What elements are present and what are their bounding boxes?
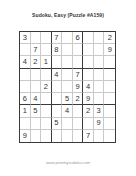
sudoku-cell-r6c7[interactable]: 9 bbox=[83, 93, 94, 105]
sudoku-cell-r1c5[interactable] bbox=[62, 32, 73, 44]
sudoku-cell-r6c3[interactable] bbox=[41, 93, 52, 105]
sudoku-cell-r4c4[interactable]: 4 bbox=[52, 69, 63, 81]
sudoku-cell-r4c2[interactable] bbox=[31, 69, 42, 81]
sudoku-cell-r6c8[interactable] bbox=[94, 93, 105, 105]
sudoku-cell-r8c5[interactable] bbox=[62, 118, 73, 130]
sudoku-cell-r7c1[interactable]: 1 bbox=[20, 105, 31, 117]
sudoku-cell-r7c2[interactable]: 5 bbox=[31, 105, 42, 117]
sudoku-cell-r3c9[interactable] bbox=[104, 56, 115, 68]
sudoku-cell-r2c5[interactable] bbox=[62, 44, 73, 56]
sudoku-cell-r1c1[interactable]: 3 bbox=[20, 32, 31, 44]
sudoku-cell-r7c6[interactable] bbox=[73, 105, 84, 117]
sudoku-cell-r6c1[interactable]: 6 bbox=[20, 93, 31, 105]
sudoku-cell-r4c7[interactable] bbox=[83, 69, 94, 81]
sudoku-cell-r9c6[interactable] bbox=[73, 130, 84, 142]
sudoku-cell-r5c6[interactable]: 9 bbox=[73, 81, 84, 93]
sudoku-cell-r8c7[interactable] bbox=[83, 118, 94, 130]
sudoku-cell-r3c4[interactable] bbox=[52, 56, 63, 68]
sudoku-cell-r2c6[interactable] bbox=[73, 44, 84, 56]
sudoku-cell-r1c9[interactable]: 2 bbox=[104, 32, 115, 44]
sudoku-cell-r7c3[interactable] bbox=[41, 105, 52, 117]
sudoku-cell-r1c4[interactable]: 7 bbox=[52, 32, 63, 44]
sudoku-cell-r7c7[interactable]: 2 bbox=[83, 105, 94, 117]
sudoku-cell-r6c9[interactable] bbox=[104, 93, 115, 105]
sudoku-cell-r4c9[interactable] bbox=[104, 69, 115, 81]
sudoku-cell-r5c3[interactable]: 2 bbox=[41, 81, 52, 93]
sudoku-cell-r8c8[interactable]: 9 bbox=[94, 118, 105, 130]
sudoku-cell-r1c7[interactable] bbox=[83, 32, 94, 44]
sudoku-cell-r5c8[interactable] bbox=[94, 81, 105, 93]
sudoku-cell-r6c4[interactable] bbox=[52, 93, 63, 105]
sudoku-cell-r4c5[interactable] bbox=[62, 69, 73, 81]
sudoku-cell-r9c9[interactable] bbox=[104, 130, 115, 142]
sudoku-cell-r9c2[interactable] bbox=[31, 130, 42, 142]
sudoku-cell-r6c2[interactable]: 4 bbox=[31, 93, 42, 105]
sudoku-cell-r2c7[interactable] bbox=[83, 44, 94, 56]
sudoku-cell-r9c8[interactable] bbox=[94, 130, 105, 142]
sudoku-cell-r8c3[interactable] bbox=[41, 118, 52, 130]
sudoku-cell-r2c3[interactable] bbox=[41, 44, 52, 56]
sudoku-cell-r1c2[interactable] bbox=[31, 32, 42, 44]
sudoku-cell-r7c8[interactable]: 3 bbox=[94, 105, 105, 117]
sudoku-cell-r3c3[interactable]: 1 bbox=[41, 56, 52, 68]
sudoku-board: 37627894214729464529154235997 bbox=[19, 31, 116, 143]
sudoku-cell-r7c4[interactable] bbox=[52, 105, 63, 117]
sudoku-cell-r8c4[interactable]: 5 bbox=[52, 118, 63, 130]
sudoku-cell-r3c7[interactable] bbox=[83, 56, 94, 68]
sudoku-cell-r7c5[interactable]: 4 bbox=[62, 105, 73, 117]
sudoku-cell-r2c1[interactable] bbox=[20, 44, 31, 56]
sudoku-cell-r7c9[interactable] bbox=[104, 105, 115, 117]
sudoku-cell-r2c8[interactable] bbox=[94, 44, 105, 56]
sudoku-cell-r3c5[interactable] bbox=[62, 56, 73, 68]
sudoku-cell-r9c5[interactable] bbox=[62, 130, 73, 142]
sudoku-cell-r9c7[interactable]: 7 bbox=[83, 130, 94, 142]
sudoku-cell-r3c6[interactable] bbox=[73, 56, 84, 68]
sudoku-cell-r2c9[interactable]: 9 bbox=[104, 44, 115, 56]
sudoku-cell-r3c2[interactable]: 2 bbox=[31, 56, 42, 68]
sudoku-cell-r8c6[interactable] bbox=[73, 118, 84, 130]
page-title: Sudoku, Easy (Puzzle #A159) bbox=[0, 12, 136, 18]
sudoku-cell-r2c2[interactable]: 7 bbox=[31, 44, 42, 56]
sudoku-cell-r3c1[interactable]: 4 bbox=[20, 56, 31, 68]
sudoku-cell-r1c3[interactable] bbox=[41, 32, 52, 44]
sudoku-cell-r9c1[interactable]: 9 bbox=[20, 130, 31, 142]
sudoku-cell-r2c4[interactable]: 8 bbox=[52, 44, 63, 56]
sudoku-cell-r4c6[interactable]: 7 bbox=[73, 69, 84, 81]
sudoku-cell-r9c3[interactable] bbox=[41, 130, 52, 142]
sudoku-cell-r5c7[interactable]: 4 bbox=[83, 81, 94, 93]
footer-site-label: www.printmysudoku.com bbox=[0, 160, 136, 165]
sudoku-cell-r1c6[interactable]: 6 bbox=[73, 32, 84, 44]
sudoku-cell-r4c8[interactable] bbox=[94, 69, 105, 81]
sudoku-cell-r9c4[interactable] bbox=[52, 130, 63, 142]
sudoku-cell-r5c2[interactable] bbox=[31, 81, 42, 93]
sudoku-cell-r8c1[interactable] bbox=[20, 118, 31, 130]
sudoku-cell-r5c5[interactable] bbox=[62, 81, 73, 93]
sudoku-cell-r5c1[interactable] bbox=[20, 81, 31, 93]
sudoku-cell-r6c6[interactable]: 2 bbox=[73, 93, 84, 105]
sudoku-cell-r4c3[interactable] bbox=[41, 69, 52, 81]
sudoku-cell-r8c2[interactable] bbox=[31, 118, 42, 130]
sudoku-cell-r5c9[interactable] bbox=[104, 81, 115, 93]
sudoku-cell-r8c9[interactable] bbox=[104, 118, 115, 130]
sudoku-cell-r1c8[interactable] bbox=[94, 32, 105, 44]
sudoku-cell-r5c4[interactable] bbox=[52, 81, 63, 93]
sudoku-cell-r3c8[interactable] bbox=[94, 56, 105, 68]
sudoku-cell-r4c1[interactable] bbox=[20, 69, 31, 81]
sudoku-cell-r6c5[interactable]: 5 bbox=[62, 93, 73, 105]
